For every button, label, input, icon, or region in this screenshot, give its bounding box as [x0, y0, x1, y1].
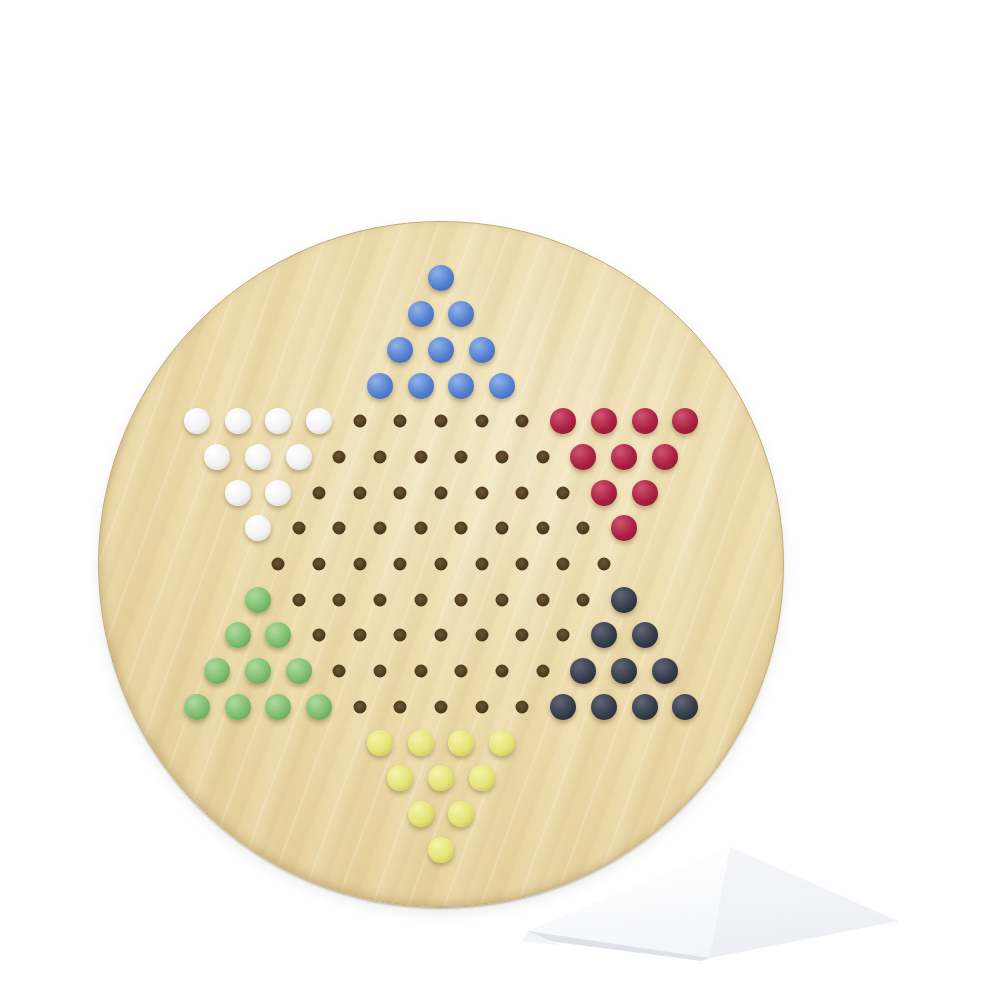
napkin: [0, 0, 1000, 1000]
napkin-right-face: [710, 847, 898, 958]
scene: [0, 0, 1000, 1000]
